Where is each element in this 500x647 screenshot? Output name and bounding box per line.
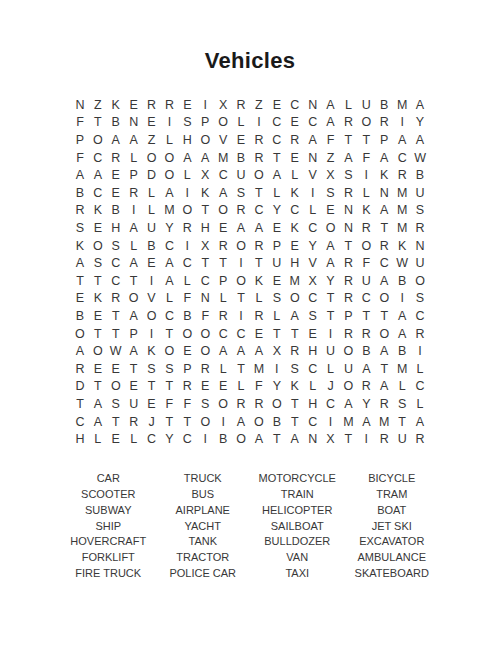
grid-cell: S <box>160 360 178 378</box>
grid-cell: L <box>304 378 322 396</box>
grid-cell: R <box>339 114 357 132</box>
grid-cell: T <box>107 307 125 325</box>
word-list-item: JET SKI <box>345 519 440 535</box>
grid-cell: U <box>411 254 429 272</box>
grid-cell: T <box>107 325 125 343</box>
grid-cell: H <box>178 131 196 149</box>
grid-cell: R <box>357 378 375 396</box>
grid-cell: R <box>178 378 196 396</box>
grid-cell: C <box>304 290 322 308</box>
grid-cell: O <box>268 395 286 413</box>
grid-cell: O <box>375 325 393 343</box>
grid-cell: R <box>339 290 357 308</box>
grid-cell: J <box>143 413 161 431</box>
grid-cell: Z <box>89 96 107 114</box>
grid-cell: T <box>178 413 196 431</box>
grid-cell: I <box>268 360 286 378</box>
grid-cell: E <box>196 378 214 396</box>
grid-cell: R <box>375 430 393 448</box>
grid-cell: T <box>71 395 89 413</box>
grid-cell: O <box>143 149 161 167</box>
grid-cell: A <box>125 307 143 325</box>
grid-cell: C <box>214 166 232 184</box>
grid-cell: P <box>214 272 232 290</box>
grid-cell: T <box>89 325 107 343</box>
grid-cell: A <box>286 430 304 448</box>
grid-cell: U <box>268 254 286 272</box>
grid-cell: A <box>71 166 89 184</box>
grid-cell: A <box>107 131 125 149</box>
puzzle-title: Vehicles <box>0 49 500 73</box>
grid-cell: A <box>322 114 340 132</box>
grid-cell: E <box>71 290 89 308</box>
grid-cell: R <box>71 360 89 378</box>
word-list-item: BICYCLE <box>345 471 440 487</box>
grid-cell: R <box>357 325 375 343</box>
grid-cell: L <box>411 395 429 413</box>
grid-cell: L <box>160 131 178 149</box>
grid-cell: C <box>178 254 196 272</box>
grid-cell: P <box>125 166 143 184</box>
grid-cell: Z <box>143 131 161 149</box>
grid-cell: N <box>125 114 143 132</box>
grid-cell: I <box>196 430 214 448</box>
grid-cell: O <box>232 272 250 290</box>
grid-cell: L <box>304 202 322 220</box>
grid-cell: N <box>304 430 322 448</box>
grid-cell: H <box>286 254 304 272</box>
grid-cell: X <box>196 237 214 255</box>
grid-cell: L <box>411 360 429 378</box>
grid-cell: Y <box>268 378 286 396</box>
grid-cell: Y <box>357 395 375 413</box>
grid-cell: R <box>375 395 393 413</box>
grid-cell: F <box>196 307 214 325</box>
grid-cell: K <box>357 202 375 220</box>
grid-cell: I <box>411 342 429 360</box>
grid-cell: B <box>107 114 125 132</box>
grid-cell: T <box>196 254 214 272</box>
grid-cell: L <box>125 430 143 448</box>
word-list-item: POLICE CAR <box>156 566 251 582</box>
grid-cell: X <box>196 166 214 184</box>
grid-cell: C <box>250 202 268 220</box>
grid-cell: S <box>411 202 429 220</box>
grid-cell: B <box>71 184 89 202</box>
grid-cell: U <box>357 96 375 114</box>
grid-cell: P <box>196 114 214 132</box>
grid-cell: R <box>357 219 375 237</box>
grid-cell: R <box>232 202 250 220</box>
word-list-item: HELICOPTER <box>250 503 345 519</box>
grid-cell: E <box>268 272 286 290</box>
grid-cell: E <box>286 114 304 132</box>
grid-cell: H <box>71 430 89 448</box>
word-list-item: MOTORCYCLE <box>250 471 345 487</box>
grid-cell: T <box>375 307 393 325</box>
grid-cell: I <box>160 114 178 132</box>
grid-cell: R <box>411 430 429 448</box>
grid-cell: A <box>89 413 107 431</box>
grid-cell: S <box>71 219 89 237</box>
letter-grid: NZKERREIXRZECNALUBMAFTBNEISPOLICECARORIY… <box>71 96 429 448</box>
grid-cell: X <box>304 272 322 290</box>
grid-cell: L <box>250 290 268 308</box>
word-list-item: SAILBOAT <box>250 519 345 535</box>
grid-cell: R <box>143 96 161 114</box>
grid-cell: M <box>160 202 178 220</box>
grid-cell: E <box>143 395 161 413</box>
grid-cell: O <box>214 395 232 413</box>
grid-cell: O <box>178 325 196 343</box>
grid-cell: K <box>143 342 161 360</box>
grid-cell: R <box>375 114 393 132</box>
word-list-item: HOVERCRAFT <box>61 534 156 550</box>
grid-cell: E <box>89 307 107 325</box>
grid-cell: K <box>286 219 304 237</box>
grid-cell: H <box>304 342 322 360</box>
grid-cell: M <box>375 413 393 431</box>
grid-cell: I <box>322 413 340 431</box>
grid-cell: O <box>178 202 196 220</box>
grid-cell: E <box>125 96 143 114</box>
grid-cell: B <box>143 237 161 255</box>
grid-cell: X <box>322 166 340 184</box>
grid-cell: O <box>196 413 214 431</box>
grid-cell: R <box>339 184 357 202</box>
grid-cell: T <box>322 307 340 325</box>
grid-cell: I <box>357 430 375 448</box>
grid-cell: C <box>232 325 250 343</box>
grid-cell: R <box>107 149 125 167</box>
grid-cell: E <box>232 131 250 149</box>
grid-cell: L <box>339 96 357 114</box>
grid-cell: U <box>125 395 143 413</box>
grid-cell: U <box>357 272 375 290</box>
grid-cell: L <box>178 272 196 290</box>
grid-cell: S <box>89 254 107 272</box>
grid-cell: A <box>250 430 268 448</box>
grid-cell: C <box>286 202 304 220</box>
grid-cell: O <box>339 342 357 360</box>
grid-cell: K <box>250 272 268 290</box>
grid-cell: A <box>357 413 375 431</box>
grid-cell: T <box>89 114 107 132</box>
grid-cell: R <box>286 342 304 360</box>
grid-cell: S <box>286 360 304 378</box>
grid-cell: R <box>178 219 196 237</box>
grid-cell: B <box>393 272 411 290</box>
grid-cell: S <box>232 184 250 202</box>
grid-cell: A <box>89 166 107 184</box>
grid-cell: O <box>107 378 125 396</box>
word-list-item: TANK <box>156 534 251 550</box>
grid-cell: N <box>304 149 322 167</box>
grid-cell: A <box>250 219 268 237</box>
grid-cell: Y <box>160 430 178 448</box>
grid-cell: V <box>304 166 322 184</box>
grid-cell: C <box>107 254 125 272</box>
grid-cell: X <box>214 96 232 114</box>
grid-cell: O <box>411 272 429 290</box>
grid-cell: E <box>304 325 322 343</box>
grid-cell: T <box>71 272 89 290</box>
grid-cell: O <box>214 114 232 132</box>
grid-cell: T <box>125 272 143 290</box>
grid-cell: C <box>160 237 178 255</box>
grid-cell: A <box>357 360 375 378</box>
grid-cell: R <box>250 237 268 255</box>
grid-cell: C <box>304 360 322 378</box>
grid-cell: B <box>411 166 429 184</box>
grid-cell: A <box>196 149 214 167</box>
grid-cell: R <box>232 96 250 114</box>
grid-cell: Y <box>304 237 322 255</box>
grid-cell: R <box>393 166 411 184</box>
grid-cell: U <box>322 342 340 360</box>
grid-cell: F <box>357 254 375 272</box>
word-list-item: CAR <box>61 471 156 487</box>
word-list-item: FIRE TRUCK <box>61 566 156 582</box>
grid-cell: F <box>250 378 268 396</box>
word-list-item: VAN <box>250 550 345 566</box>
grid-cell: O <box>196 131 214 149</box>
grid-cell: R <box>71 202 89 220</box>
grid-cell: A <box>71 342 89 360</box>
grid-cell: N <box>339 219 357 237</box>
grid-cell: A <box>322 96 340 114</box>
grid-cell: Y <box>268 202 286 220</box>
grid-cell: E <box>250 325 268 343</box>
grid-cell: M <box>286 272 304 290</box>
grid-cell: U <box>339 360 357 378</box>
grid-cell: T <box>125 360 143 378</box>
grid-cell: S <box>107 395 125 413</box>
word-list-item: TRAM <box>345 487 440 503</box>
grid-cell: M <box>393 202 411 220</box>
grid-cell: O <box>160 166 178 184</box>
grid-cell: S <box>268 290 286 308</box>
grid-cell: I <box>125 202 143 220</box>
grid-cell: O <box>196 325 214 343</box>
grid-cell: M <box>393 360 411 378</box>
word-list-item: SHIP <box>61 519 156 535</box>
grid-cell: I <box>232 307 250 325</box>
worksheet-page: Vehicles NZKERREIXRZECNALUBMAFTBNEISPOLI… <box>0 0 500 647</box>
grid-cell: M <box>393 96 411 114</box>
word-list-item: SUBWAY <box>61 503 156 519</box>
grid-cell: K <box>286 184 304 202</box>
grid-cell: M <box>393 219 411 237</box>
grid-cell: I <box>232 254 250 272</box>
grid-cell: L <box>143 184 161 202</box>
grid-cell: C <box>196 272 214 290</box>
grid-cell: S <box>196 395 214 413</box>
word-list-item: BULLDOZER <box>250 534 345 550</box>
grid-cell: E <box>214 378 232 396</box>
grid-cell: L <box>125 237 143 255</box>
grid-cell: A <box>375 202 393 220</box>
grid-cell: I <box>196 96 214 114</box>
grid-cell: H <box>196 219 214 237</box>
grid-cell: T <box>339 131 357 149</box>
grid-cell: L <box>143 202 161 220</box>
grid-cell: A <box>125 131 143 149</box>
grid-cell: W <box>411 149 429 167</box>
grid-cell: S <box>178 114 196 132</box>
grid-cell: T <box>89 272 107 290</box>
grid-cell: X <box>322 430 340 448</box>
grid-cell: A <box>232 413 250 431</box>
grid-cell: B <box>214 430 232 448</box>
grid-cell: T <box>322 290 340 308</box>
grid-cell: K <box>375 166 393 184</box>
grid-cell: P <box>178 360 196 378</box>
word-list-item: BUS <box>156 487 251 503</box>
grid-cell: P <box>71 131 89 149</box>
word-list: CARTRUCKMOTORCYCLEBICYCLESCOOTERBUSTRAIN… <box>61 471 439 582</box>
grid-cell: A <box>286 307 304 325</box>
grid-cell: Z <box>322 149 340 167</box>
grid-cell: A <box>268 166 286 184</box>
grid-cell: C <box>304 114 322 132</box>
grid-cell: A <box>125 219 143 237</box>
grid-cell: R <box>339 325 357 343</box>
grid-cell: T <box>160 378 178 396</box>
grid-cell: S <box>393 395 411 413</box>
grid-cell: A <box>411 131 429 149</box>
grid-cell: F <box>357 149 375 167</box>
grid-cell: N <box>339 202 357 220</box>
grid-cell: A <box>411 413 429 431</box>
grid-cell: L <box>268 307 286 325</box>
grid-cell: T <box>286 413 304 431</box>
grid-cell: E <box>214 219 232 237</box>
grid-cell: R <box>411 219 429 237</box>
grid-cell: Y <box>411 114 429 132</box>
grid-cell: N <box>71 96 89 114</box>
grid-cell: L <box>160 290 178 308</box>
grid-cell: T <box>160 325 178 343</box>
grid-cell: R <box>196 360 214 378</box>
grid-cell: V <box>143 290 161 308</box>
grid-cell: L <box>214 360 232 378</box>
word-list-item: SCOOTER <box>61 487 156 503</box>
grid-cell: R <box>250 307 268 325</box>
grid-cell: E <box>178 96 196 114</box>
grid-cell: E <box>268 219 286 237</box>
grid-cell: E <box>89 219 107 237</box>
grid-cell: K <box>286 378 304 396</box>
grid-cell: O <box>322 219 340 237</box>
grid-cell: E <box>89 360 107 378</box>
grid-cell: R <box>214 307 232 325</box>
grid-cell: A <box>322 254 340 272</box>
grid-cell: B <box>375 96 393 114</box>
grid-cell: A <box>160 254 178 272</box>
grid-cell: B <box>178 307 196 325</box>
grid-cell: D <box>143 166 161 184</box>
grid-cell: L <box>268 184 286 202</box>
grid-cell: E <box>286 237 304 255</box>
grid-cell: C <box>411 307 429 325</box>
grid-cell: O <box>160 149 178 167</box>
grid-cell: A <box>71 254 89 272</box>
grid-cell: W <box>393 254 411 272</box>
grid-cell: O <box>160 342 178 360</box>
grid-cell: T <box>339 430 357 448</box>
grid-cell: B <box>268 413 286 431</box>
grid-cell: V <box>304 254 322 272</box>
grid-cell: C <box>160 307 178 325</box>
grid-cell: T <box>214 254 232 272</box>
grid-cell: A <box>178 149 196 167</box>
grid-cell: Z <box>250 96 268 114</box>
grid-cell: B <box>71 307 89 325</box>
grid-cell: O <box>196 342 214 360</box>
grid-cell: R <box>375 237 393 255</box>
word-list-item: FORKLIFT <box>61 550 156 566</box>
grid-cell: P <box>125 325 143 343</box>
grid-cell: O <box>125 290 143 308</box>
grid-cell: A <box>125 342 143 360</box>
grid-cell: I <box>143 272 161 290</box>
grid-cell: R <box>214 237 232 255</box>
grid-cell: C <box>268 131 286 149</box>
grid-cell: R <box>232 395 250 413</box>
grid-cell: B <box>107 202 125 220</box>
grid-cell: U <box>411 184 429 202</box>
grid-cell: H <box>304 395 322 413</box>
grid-cell: V <box>214 131 232 149</box>
grid-cell: E <box>322 202 340 220</box>
word-list-item: YACHT <box>156 519 251 535</box>
grid-cell: O <box>71 325 89 343</box>
grid-cell: I <box>143 325 161 343</box>
grid-cell: N <box>411 237 429 255</box>
grid-cell: C <box>268 114 286 132</box>
grid-cell: U <box>232 166 250 184</box>
grid-cell: C <box>304 219 322 237</box>
grid-cell: O <box>250 413 268 431</box>
grid-cell: K <box>89 202 107 220</box>
word-list-item: TRACTOR <box>156 550 251 566</box>
grid-cell: C <box>89 149 107 167</box>
grid-cell: A <box>375 342 393 360</box>
grid-cell: I <box>357 166 375 184</box>
grid-cell: I <box>250 114 268 132</box>
word-list-item: TAXI <box>250 566 345 582</box>
grid-cell: A <box>304 131 322 149</box>
grid-cell: S <box>339 166 357 184</box>
grid-cell: I <box>214 413 232 431</box>
grid-cell: K <box>393 237 411 255</box>
grid-cell: C <box>107 272 125 290</box>
word-list-item: BOAT <box>345 503 440 519</box>
word-list-item: AIRPLANE <box>156 503 251 519</box>
grid-cell: N <box>304 96 322 114</box>
grid-cell: E <box>107 166 125 184</box>
grid-cell: Y <box>160 219 178 237</box>
grid-cell: T <box>393 413 411 431</box>
grid-cell: A <box>375 149 393 167</box>
grid-cell: R <box>250 395 268 413</box>
grid-cell: P <box>339 307 357 325</box>
grid-cell: S <box>411 290 429 308</box>
grid-cell: R <box>411 325 429 343</box>
grid-cell: K <box>89 290 107 308</box>
grid-cell: C <box>71 413 89 431</box>
